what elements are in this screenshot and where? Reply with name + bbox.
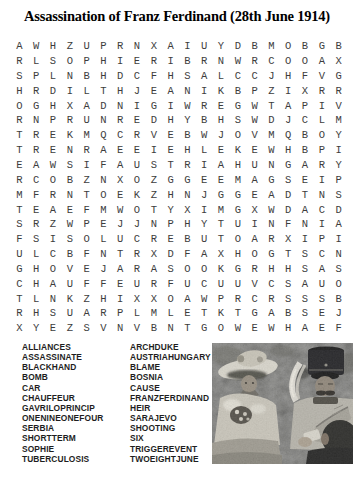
grid-cell-r15c3[interactable]: C xyxy=(45,247,62,262)
grid-cell-r3c17[interactable]: H xyxy=(280,69,297,84)
grid-cell-r6c9[interactable]: D xyxy=(145,113,162,128)
grid-cell-r20c19[interactable]: E xyxy=(313,321,330,336)
grid-cell-r14c16[interactable]: R xyxy=(263,232,280,247)
grid-cell-r18c16[interactable]: R xyxy=(263,291,280,306)
grid-cell-r12c19[interactable]: C xyxy=(313,202,330,217)
grid-cell-r17c13[interactable]: U xyxy=(213,277,230,292)
grid-cell-r1c2[interactable]: W xyxy=(28,39,45,54)
grid-cell-r2c10[interactable]: I xyxy=(162,54,179,69)
grid-cell-r10c20[interactable]: P xyxy=(330,173,347,188)
grid-cell-r13c16[interactable]: N xyxy=(263,217,280,232)
grid-cell-r6c18[interactable]: C xyxy=(297,113,314,128)
grid-cell-r1c7[interactable]: R xyxy=(112,39,129,54)
grid-cell-r12c8[interactable]: O xyxy=(129,202,146,217)
grid-cell-r16c6[interactable]: J xyxy=(95,262,112,277)
grid-cell-r14c4[interactable]: S xyxy=(61,232,78,247)
grid-cell-r8c15[interactable]: E xyxy=(246,143,263,158)
grid-cell-r20c5[interactable]: S xyxy=(78,321,95,336)
grid-cell-r15c4[interactable]: B xyxy=(61,247,78,262)
grid-cell-r11c16[interactable]: A xyxy=(263,188,280,203)
grid-cell-r3c2[interactable]: P xyxy=(28,69,45,84)
grid-cell-r4c16[interactable]: Z xyxy=(263,84,280,99)
grid-cell-r11c8[interactable]: K xyxy=(129,188,146,203)
grid-cell-r11c4[interactable]: N xyxy=(61,188,78,203)
grid-cell-r3c8[interactable]: C xyxy=(129,69,146,84)
grid-cell-r1c4[interactable]: Z xyxy=(61,39,78,54)
grid-cell-r11c9[interactable]: Z xyxy=(145,188,162,203)
grid-cell-r14c7[interactable]: U xyxy=(112,232,129,247)
grid-cell-r14c6[interactable]: L xyxy=(95,232,112,247)
grid-cell-r17c20[interactable]: O xyxy=(330,277,347,292)
grid-cell-r7c3[interactable]: E xyxy=(45,128,62,143)
grid-cell-r4c9[interactable]: E xyxy=(145,84,162,99)
grid-cell-r8c3[interactable]: E xyxy=(45,143,62,158)
grid-cell-r12c9[interactable]: T xyxy=(145,202,162,217)
grid-cell-r13c11[interactable]: H xyxy=(179,217,196,232)
grid-cell-r7c10[interactable]: E xyxy=(162,128,179,143)
grid-cell-r11c20[interactable]: S xyxy=(330,188,347,203)
grid-cell-r6c14[interactable]: S xyxy=(229,113,246,128)
grid-cell-r19c14[interactable]: T xyxy=(229,306,246,321)
grid-cell-r7c9[interactable]: V xyxy=(145,128,162,143)
grid-cell-r18c11[interactable]: A xyxy=(179,291,196,306)
grid-cell-r8c17[interactable]: H xyxy=(280,143,297,158)
grid-cell-r12c18[interactable]: A xyxy=(297,202,314,217)
grid-cell-r3c13[interactable]: L xyxy=(213,69,230,84)
grid-cell-r7c14[interactable]: O xyxy=(229,128,246,143)
grid-cell-r20c2[interactable]: Y xyxy=(28,321,45,336)
grid-cell-r9c8[interactable]: U xyxy=(129,158,146,173)
grid-cell-r15c1[interactable]: U xyxy=(11,247,28,262)
grid-cell-r15c16[interactable]: G xyxy=(263,247,280,262)
grid-cell-r16c4[interactable]: V xyxy=(61,262,78,277)
grid-cell-r4c19[interactable]: R xyxy=(313,84,330,99)
grid-cell-r2c15[interactable]: R xyxy=(246,54,263,69)
grid-cell-r19c15[interactable]: G xyxy=(246,306,263,321)
grid-cell-r13c1[interactable]: S xyxy=(11,217,28,232)
grid-cell-r19c19[interactable]: E xyxy=(313,306,330,321)
grid-cell-r11c19[interactable]: N xyxy=(313,188,330,203)
grid-cell-r16c9[interactable]: A xyxy=(145,262,162,277)
grid-cell-r14c2[interactable]: S xyxy=(28,232,45,247)
grid-cell-r2c18[interactable]: O xyxy=(297,54,314,69)
grid-cell-r11c14[interactable]: G xyxy=(229,188,246,203)
grid-cell-r6c20[interactable]: M xyxy=(330,113,347,128)
grid-cell-r9c6[interactable]: F xyxy=(95,158,112,173)
grid-cell-r14c11[interactable]: B xyxy=(179,232,196,247)
grid-cell-r6c13[interactable]: H xyxy=(213,113,230,128)
grid-cell-r13c10[interactable]: P xyxy=(162,217,179,232)
grid-cell-r12c11[interactable]: X xyxy=(179,202,196,217)
grid-cell-r15c12[interactable]: A xyxy=(196,247,213,262)
grid-cell-r17c15[interactable]: V xyxy=(246,277,263,292)
grid-cell-r13c13[interactable]: T xyxy=(213,217,230,232)
grid-cell-r14c12[interactable]: U xyxy=(196,232,213,247)
grid-cell-r19c4[interactable]: U xyxy=(61,306,78,321)
grid-cell-r8c5[interactable]: R xyxy=(78,143,95,158)
grid-cell-r5c16[interactable]: T xyxy=(263,98,280,113)
grid-cell-r9c2[interactable]: A xyxy=(28,158,45,173)
grid-cell-r10c2[interactable]: C xyxy=(28,173,45,188)
grid-cell-r6c6[interactable]: N xyxy=(95,113,112,128)
grid-cell-r3c7[interactable]: D xyxy=(112,69,129,84)
grid-cell-r4c17[interactable]: I xyxy=(280,84,297,99)
grid-cell-r11c11[interactable]: N xyxy=(179,188,196,203)
grid-cell-r4c7[interactable]: H xyxy=(112,84,129,99)
grid-cell-r4c12[interactable]: I xyxy=(196,84,213,99)
grid-cell-r17c3[interactable]: A xyxy=(45,277,62,292)
grid-cell-r7c17[interactable]: Q xyxy=(280,128,297,143)
grid-cell-r5c9[interactable]: G xyxy=(145,98,162,113)
grid-cell-r18c14[interactable]: R xyxy=(229,291,246,306)
grid-cell-r4c18[interactable]: X xyxy=(297,84,314,99)
grid-cell-r8c14[interactable]: K xyxy=(229,143,246,158)
grid-cell-r3c11[interactable]: S xyxy=(179,69,196,84)
grid-cell-r5c19[interactable]: I xyxy=(313,98,330,113)
grid-cell-r5c20[interactable]: V xyxy=(330,98,347,113)
grid-cell-r17c6[interactable]: F xyxy=(95,277,112,292)
grid-cell-r12c15[interactable]: X xyxy=(246,202,263,217)
grid-cell-r19c12[interactable]: T xyxy=(196,306,213,321)
grid-cell-r8c6[interactable]: A xyxy=(95,143,112,158)
grid-cell-r3c20[interactable]: G xyxy=(330,69,347,84)
grid-cell-r1c15[interactable]: B xyxy=(246,39,263,54)
grid-cell-r17c14[interactable]: U xyxy=(229,277,246,292)
grid-cell-r1c16[interactable]: M xyxy=(263,39,280,54)
grid-cell-r20c8[interactable]: V xyxy=(129,321,146,336)
grid-cell-r12c13[interactable]: M xyxy=(213,202,230,217)
grid-cell-r7c16[interactable]: M xyxy=(263,128,280,143)
grid-cell-r8c20[interactable]: I xyxy=(330,143,347,158)
grid-cell-r2c7[interactable]: I xyxy=(112,54,129,69)
grid-cell-r8c12[interactable]: L xyxy=(196,143,213,158)
grid-cell-r8c1[interactable]: T xyxy=(11,143,28,158)
grid-cell-r18c13[interactable]: P xyxy=(213,291,230,306)
grid-cell-r20c18[interactable]: A xyxy=(297,321,314,336)
grid-cell-r15c17[interactable]: T xyxy=(280,247,297,262)
grid-cell-r13c12[interactable]: Y xyxy=(196,217,213,232)
grid-cell-r16c20[interactable]: S xyxy=(330,262,347,277)
grid-cell-r16c14[interactable]: G xyxy=(229,262,246,277)
grid-cell-r5c10[interactable]: I xyxy=(162,98,179,113)
grid-cell-r14c19[interactable]: P xyxy=(313,232,330,247)
grid-cell-r2c3[interactable]: S xyxy=(45,54,62,69)
grid-cell-r4c14[interactable]: B xyxy=(229,84,246,99)
grid-cell-r14c20[interactable]: I xyxy=(330,232,347,247)
grid-cell-r14c17[interactable]: X xyxy=(280,232,297,247)
grid-cell-r2c19[interactable]: A xyxy=(313,54,330,69)
grid-cell-r9c20[interactable]: Y xyxy=(330,158,347,173)
grid-cell-r20c14[interactable]: W xyxy=(229,321,246,336)
grid-cell-r3c6[interactable]: H xyxy=(95,69,112,84)
grid-cell-r9c7[interactable]: A xyxy=(112,158,129,173)
grid-cell-r20c9[interactable]: B xyxy=(145,321,162,336)
grid-cell-r11c18[interactable]: T xyxy=(297,188,314,203)
grid-cell-r12c4[interactable]: E xyxy=(61,202,78,217)
grid-cell-r1c3[interactable]: H xyxy=(45,39,62,54)
grid-cell-r6c7[interactable]: R xyxy=(112,113,129,128)
grid-cell-r4c3[interactable]: D xyxy=(45,84,62,99)
grid-cell-r7c1[interactable]: T xyxy=(11,128,28,143)
grid-cell-r3c1[interactable]: S xyxy=(11,69,28,84)
grid-cell-r3c18[interactable]: F xyxy=(297,69,314,84)
grid-cell-r4c20[interactable]: R xyxy=(330,84,347,99)
grid-cell-r12c6[interactable]: M xyxy=(95,202,112,217)
grid-cell-r15c14[interactable]: H xyxy=(229,247,246,262)
grid-cell-r3c16[interactable]: J xyxy=(263,69,280,84)
grid-cell-r17c2[interactable]: H xyxy=(28,277,45,292)
grid-cell-r7c19[interactable]: O xyxy=(313,128,330,143)
grid-cell-r5c11[interactable]: W xyxy=(179,98,196,113)
grid-cell-r10c1[interactable]: R xyxy=(11,173,28,188)
grid-cell-r16c15[interactable]: R xyxy=(246,262,263,277)
grid-cell-r1c5[interactable]: U xyxy=(78,39,95,54)
grid-cell-r13c6[interactable]: E xyxy=(95,217,112,232)
grid-cell-r12c17[interactable]: D xyxy=(280,202,297,217)
grid-cell-r9c14[interactable]: H xyxy=(229,158,246,173)
grid-cell-r1c20[interactable]: B xyxy=(330,39,347,54)
grid-cell-r4c15[interactable]: P xyxy=(246,84,263,99)
grid-cell-r8c9[interactable]: I xyxy=(145,143,162,158)
grid-cell-r2c2[interactable]: L xyxy=(28,54,45,69)
grid-cell-r18c5[interactable]: Z xyxy=(78,291,95,306)
grid-cell-r15c9[interactable]: X xyxy=(145,247,162,262)
grid-cell-r18c12[interactable]: W xyxy=(196,291,213,306)
grid-cell-r3c19[interactable]: V xyxy=(313,69,330,84)
grid-cell-r15c20[interactable]: N xyxy=(330,247,347,262)
grid-cell-r20c1[interactable]: X xyxy=(11,321,28,336)
grid-cell-r11c2[interactable]: F xyxy=(28,188,45,203)
grid-cell-r5c15[interactable]: W xyxy=(246,98,263,113)
grid-cell-r15c11[interactable]: F xyxy=(179,247,196,262)
grid-cell-r4c10[interactable]: A xyxy=(162,84,179,99)
grid-cell-r19c9[interactable]: M xyxy=(145,306,162,321)
grid-cell-r19c13[interactable]: K xyxy=(213,306,230,321)
grid-cell-r10c14[interactable]: M xyxy=(229,173,246,188)
grid-cell-r8c11[interactable]: H xyxy=(179,143,196,158)
grid-cell-r17c5[interactable]: F xyxy=(78,277,95,292)
grid-cell-r1c9[interactable]: X xyxy=(145,39,162,54)
grid-cell-r7c15[interactable]: V xyxy=(246,128,263,143)
grid-cell-r12c10[interactable]: Y xyxy=(162,202,179,217)
grid-cell-r15c13[interactable]: X xyxy=(213,247,230,262)
grid-cell-r4c4[interactable]: I xyxy=(61,84,78,99)
grid-cell-r2c5[interactable]: P xyxy=(78,54,95,69)
grid-cell-r13c20[interactable]: A xyxy=(330,217,347,232)
grid-cell-r12c16[interactable]: W xyxy=(263,202,280,217)
grid-cell-r18c18[interactable]: S xyxy=(297,291,314,306)
grid-cell-r12c1[interactable]: T xyxy=(11,202,28,217)
grid-cell-r1c8[interactable]: N xyxy=(129,39,146,54)
grid-cell-r19c20[interactable]: J xyxy=(330,306,347,321)
grid-cell-r3c12[interactable]: A xyxy=(196,69,213,84)
grid-cell-r10c5[interactable]: Z xyxy=(78,173,95,188)
grid-cell-r12c5[interactable]: F xyxy=(78,202,95,217)
grid-cell-r10c4[interactable]: B xyxy=(61,173,78,188)
grid-cell-r9c19[interactable]: R xyxy=(313,158,330,173)
grid-cell-r20c3[interactable]: E xyxy=(45,321,62,336)
grid-cell-r17c11[interactable]: U xyxy=(179,277,196,292)
grid-cell-r4c5[interactable]: L xyxy=(78,84,95,99)
grid-cell-r20c20[interactable]: F xyxy=(330,321,347,336)
grid-cell-r9c1[interactable]: E xyxy=(11,158,28,173)
grid-cell-r18c9[interactable]: X xyxy=(145,291,162,306)
grid-cell-r14c14[interactable]: O xyxy=(229,232,246,247)
grid-cell-r5c17[interactable]: A xyxy=(280,98,297,113)
grid-cell-r18c2[interactable]: L xyxy=(28,291,45,306)
grid-cell-r7c11[interactable]: B xyxy=(179,128,196,143)
grid-cell-r8c4[interactable]: N xyxy=(61,143,78,158)
grid-cell-r10c18[interactable]: E xyxy=(297,173,314,188)
grid-cell-r6c15[interactable]: W xyxy=(246,113,263,128)
grid-cell-r4c11[interactable]: N xyxy=(179,84,196,99)
grid-cell-r20c11[interactable]: T xyxy=(179,321,196,336)
grid-cell-r11c13[interactable]: G xyxy=(213,188,230,203)
grid-cell-r10c17[interactable]: S xyxy=(280,173,297,188)
grid-cell-r10c13[interactable]: E xyxy=(213,173,230,188)
grid-cell-r2c1[interactable]: R xyxy=(11,54,28,69)
grid-cell-r14c9[interactable]: R xyxy=(145,232,162,247)
grid-cell-r8c2[interactable]: R xyxy=(28,143,45,158)
grid-cell-r2c12[interactable]: R xyxy=(196,54,213,69)
grid-cell-r1c11[interactable]: I xyxy=(179,39,196,54)
grid-cell-r6c4[interactable]: R xyxy=(61,113,78,128)
grid-cell-r1c10[interactable]: A xyxy=(162,39,179,54)
grid-cell-r14c18[interactable]: I xyxy=(297,232,314,247)
grid-cell-r19c16[interactable]: A xyxy=(263,306,280,321)
grid-cell-r3c3[interactable]: L xyxy=(45,69,62,84)
grid-cell-r9c9[interactable]: S xyxy=(145,158,162,173)
grid-cell-r16c5[interactable]: E xyxy=(78,262,95,277)
grid-cell-r4c13[interactable]: K xyxy=(213,84,230,99)
grid-cell-r19c1[interactable]: R xyxy=(11,306,28,321)
grid-cell-r17c10[interactable]: F xyxy=(162,277,179,292)
grid-cell-r16c17[interactable]: H xyxy=(280,262,297,277)
grid-cell-r18c19[interactable]: S xyxy=(313,291,330,306)
grid-cell-r6c10[interactable]: H xyxy=(162,113,179,128)
grid-cell-r16c2[interactable]: H xyxy=(28,262,45,277)
grid-cell-r8c8[interactable]: E xyxy=(129,143,146,158)
grid-cell-r9c5[interactable]: I xyxy=(78,158,95,173)
grid-cell-r17c12[interactable]: C xyxy=(196,277,213,292)
grid-cell-r6c3[interactable]: P xyxy=(45,113,62,128)
grid-cell-r10c8[interactable]: O xyxy=(129,173,146,188)
grid-cell-r2c14[interactable]: W xyxy=(229,54,246,69)
grid-cell-r12c3[interactable]: A xyxy=(45,202,62,217)
grid-cell-r17c9[interactable]: R xyxy=(145,277,162,292)
grid-cell-r17c19[interactable]: U xyxy=(313,277,330,292)
grid-cell-r11c12[interactable]: J xyxy=(196,188,213,203)
grid-cell-r10c10[interactable]: G xyxy=(162,173,179,188)
grid-cell-r15c15[interactable]: O xyxy=(246,247,263,262)
grid-cell-r5c7[interactable]: N xyxy=(112,98,129,113)
grid-cell-r13c2[interactable]: R xyxy=(28,217,45,232)
grid-cell-r8c19[interactable]: P xyxy=(313,143,330,158)
grid-cell-r10c15[interactable]: A xyxy=(246,173,263,188)
grid-cell-r13c9[interactable]: N xyxy=(145,217,162,232)
grid-cell-r18c10[interactable]: O xyxy=(162,291,179,306)
grid-cell-r9c15[interactable]: U xyxy=(246,158,263,173)
grid-cell-r11c1[interactable]: M xyxy=(11,188,28,203)
grid-cell-r8c7[interactable]: E xyxy=(112,143,129,158)
grid-cell-r2c20[interactable]: X xyxy=(330,54,347,69)
grid-cell-r6c1[interactable]: R xyxy=(11,113,28,128)
grid-cell-r3c14[interactable]: C xyxy=(229,69,246,84)
grid-cell-r7c8[interactable]: R xyxy=(129,128,146,143)
grid-cell-r14c3[interactable]: I xyxy=(45,232,62,247)
grid-cell-r4c8[interactable]: J xyxy=(129,84,146,99)
grid-cell-r10c6[interactable]: N xyxy=(95,173,112,188)
grid-cell-r19c18[interactable]: S xyxy=(297,306,314,321)
grid-cell-r19c10[interactable]: L xyxy=(162,306,179,321)
grid-cell-r17c17[interactable]: S xyxy=(280,277,297,292)
grid-cell-r15c8[interactable]: R xyxy=(129,247,146,262)
grid-cell-r16c12[interactable]: O xyxy=(196,262,213,277)
grid-cell-r18c6[interactable]: H xyxy=(95,291,112,306)
grid-cell-r5c14[interactable]: G xyxy=(229,98,246,113)
grid-cell-r8c16[interactable]: W xyxy=(263,143,280,158)
grid-cell-r6c17[interactable]: J xyxy=(280,113,297,128)
grid-cell-r20c15[interactable]: E xyxy=(246,321,263,336)
grid-cell-r19c2[interactable]: H xyxy=(28,306,45,321)
grid-cell-r18c20[interactable]: B xyxy=(330,291,347,306)
grid-cell-r6c5[interactable]: U xyxy=(78,113,95,128)
grid-cell-r16c3[interactable]: O xyxy=(45,262,62,277)
grid-cell-r5c12[interactable]: R xyxy=(196,98,213,113)
grid-cell-r18c15[interactable]: C xyxy=(246,291,263,306)
grid-cell-r2c6[interactable]: H xyxy=(95,54,112,69)
grid-cell-r16c11[interactable]: O xyxy=(179,262,196,277)
grid-cell-r7c13[interactable]: J xyxy=(213,128,230,143)
grid-cell-r8c13[interactable]: E xyxy=(213,143,230,158)
grid-cell-r3c5[interactable]: B xyxy=(78,69,95,84)
grid-cell-r7c5[interactable]: M xyxy=(78,128,95,143)
grid-cell-r7c7[interactable]: C xyxy=(112,128,129,143)
grid-cell-r10c7[interactable]: X xyxy=(112,173,129,188)
grid-cell-r10c12[interactable]: E xyxy=(196,173,213,188)
grid-cell-r11c7[interactable]: E xyxy=(112,188,129,203)
grid-cell-r13c18[interactable]: N xyxy=(297,217,314,232)
grid-cell-r17c18[interactable]: A xyxy=(297,277,314,292)
grid-cell-r19c7[interactable]: P xyxy=(112,306,129,321)
grid-cell-r5c4[interactable]: X xyxy=(61,98,78,113)
grid-cell-r14c15[interactable]: A xyxy=(246,232,263,247)
grid-cell-r3c15[interactable]: C xyxy=(246,69,263,84)
grid-cell-r11c5[interactable]: T xyxy=(78,188,95,203)
grid-cell-r17c8[interactable]: U xyxy=(129,277,146,292)
grid-cell-r5c3[interactable]: H xyxy=(45,98,62,113)
grid-cell-r20c6[interactable]: V xyxy=(95,321,112,336)
grid-cell-r9c16[interactable]: N xyxy=(263,158,280,173)
grid-cell-r5c18[interactable]: P xyxy=(297,98,314,113)
grid-cell-r4c6[interactable]: T xyxy=(95,84,112,99)
grid-cell-r12c2[interactable]: E xyxy=(28,202,45,217)
grid-cell-r14c13[interactable]: T xyxy=(213,232,230,247)
grid-cell-r5c5[interactable]: A xyxy=(78,98,95,113)
grid-cell-r19c3[interactable]: S xyxy=(45,306,62,321)
grid-cell-r2c8[interactable]: E xyxy=(129,54,146,69)
grid-cell-r2c4[interactable]: O xyxy=(61,54,78,69)
grid-cell-r17c1[interactable]: C xyxy=(11,277,28,292)
grid-cell-r17c4[interactable]: U xyxy=(61,277,78,292)
grid-cell-r13c14[interactable]: U xyxy=(229,217,246,232)
grid-cell-r19c11[interactable]: E xyxy=(179,306,196,321)
grid-cell-r4c2[interactable]: R xyxy=(28,84,45,99)
grid-cell-r9c12[interactable]: I xyxy=(196,158,213,173)
grid-cell-r15c5[interactable]: F xyxy=(78,247,95,262)
grid-cell-r20c7[interactable]: N xyxy=(112,321,129,336)
grid-cell-r18c8[interactable]: X xyxy=(129,291,146,306)
